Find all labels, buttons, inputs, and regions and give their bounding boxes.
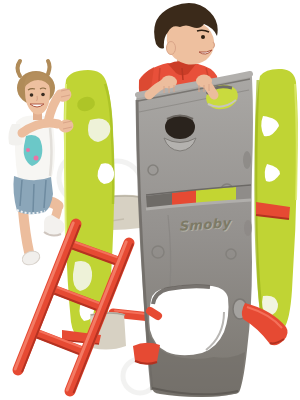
boy-eye <box>201 35 205 39</box>
girl-eye <box>30 93 34 97</box>
boy-placket <box>182 68 183 80</box>
panel-notch <box>243 151 251 169</box>
left-panel-edge-highlight <box>65 84 66 238</box>
climbing-tower-photo: Smoby Smoby <box>0 0 300 400</box>
photo-canvas: Smoby Smoby <box>0 0 300 400</box>
panel-notch <box>244 220 252 236</box>
boy-ear <box>167 42 176 55</box>
girl-shirt-print-dot <box>26 148 30 152</box>
base-bar-through-cutout <box>150 311 158 316</box>
left-panel-hole <box>98 163 114 184</box>
girl-eye <box>41 93 45 97</box>
right-green-panel <box>255 69 298 332</box>
girl-leg-back <box>23 210 29 252</box>
girl-shirt-print-dot <box>34 156 39 161</box>
right-panel-body <box>255 69 298 332</box>
